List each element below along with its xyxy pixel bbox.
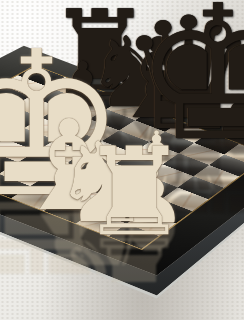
chess-set-photo: ♜♜♟♟♟♟♞♞♝♝♛♛♟♟♚♚♟♟♚♚♝♝♟♟♞♞♜♜ [0,0,244,320]
white-rook[interactable]: ♜ [76,147,193,237]
pieces-layer: ♜♜♟♟♟♟♞♞♝♝♛♛♟♟♚♚♟♟♚♚♝♝♟♟♞♞♜♜ [0,0,244,320]
